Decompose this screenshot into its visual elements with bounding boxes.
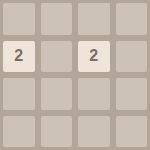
tile-value: 2 [14,48,23,64]
empty-cell-r2c4 [116,41,148,73]
empty-cell-r3c3 [78,78,110,110]
empty-cell-r3c1 [3,78,35,110]
empty-cell-r1c1 [3,3,35,35]
tile-2-r2c3: 2 [78,41,110,73]
tile-2-r2c1: 2 [3,41,35,73]
empty-cell-r3c2 [41,78,73,110]
empty-cell-r1c4 [116,3,148,35]
empty-cell-r1c3 [78,3,110,35]
empty-cell-r4c2 [41,116,73,148]
tile-value: 2 [89,48,98,64]
empty-cell-r1c2 [41,3,73,35]
empty-cell-r2c2 [41,41,73,73]
empty-cell-r3c4 [116,78,148,110]
empty-cell-r4c3 [78,116,110,148]
empty-cell-r4c1 [3,116,35,148]
empty-cell-r4c4 [116,116,148,148]
2048-board[interactable]: 22 [0,0,150,150]
